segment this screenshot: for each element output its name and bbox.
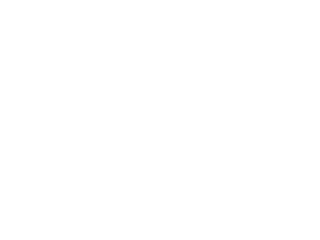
product-photo — [0, 0, 220, 220]
